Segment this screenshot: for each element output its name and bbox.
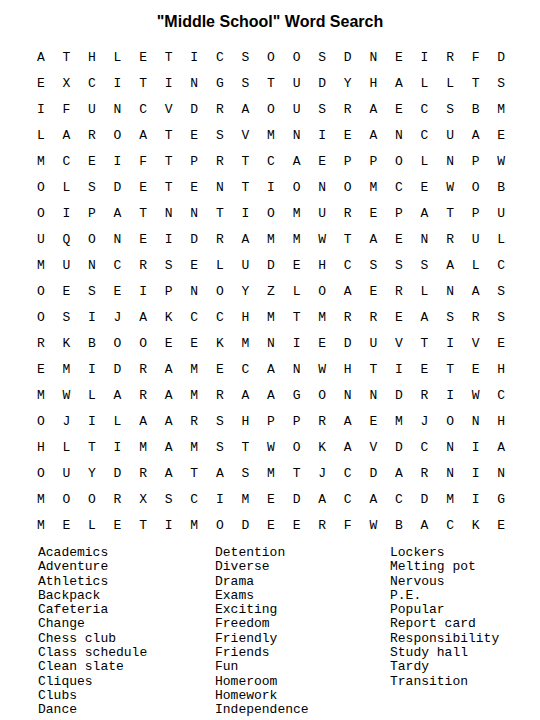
grid-cell: I — [437, 330, 463, 356]
grid-cell: S — [79, 278, 105, 304]
grid-cell: A — [130, 304, 156, 330]
grid-cell: M — [284, 200, 310, 226]
grid-cell: O — [79, 226, 105, 252]
grid-cell: C — [335, 252, 361, 278]
word-list-item: Drama — [215, 575, 390, 589]
grid-cell: B — [488, 174, 514, 200]
grid-cell: E — [361, 408, 387, 434]
grid-cell: W — [488, 148, 514, 174]
grid-cell: O — [284, 174, 310, 200]
grid-cell: S — [488, 70, 514, 96]
grid-cell: A — [233, 382, 259, 408]
grid-cell: R — [207, 148, 233, 174]
grid-cell: V — [361, 434, 387, 460]
grid-cell: A — [156, 460, 182, 486]
grid-cell: E — [54, 512, 80, 538]
grid-cell: L — [284, 278, 310, 304]
grid-cell: A — [412, 304, 438, 330]
grid-cell: O — [105, 330, 131, 356]
grid-cell: E — [54, 278, 80, 304]
grid-cell: R — [386, 278, 412, 304]
grid-cell: C — [207, 44, 233, 70]
grid-cell: G — [284, 382, 310, 408]
grid-cell: A — [130, 122, 156, 148]
grid-cell: O — [28, 408, 54, 434]
grid-cell: E — [28, 356, 54, 382]
grid-cell: N — [105, 96, 131, 122]
grid-cell: E — [309, 330, 335, 356]
grid-cell: J — [309, 460, 335, 486]
grid-cell: S — [361, 252, 387, 278]
grid-cell: O — [28, 200, 54, 226]
grid-cell: I — [156, 512, 182, 538]
grid-cell: M — [258, 226, 284, 252]
word-list-item: Chess club — [38, 632, 215, 646]
grid-cell: D — [284, 486, 310, 512]
grid-cell: A — [233, 96, 259, 122]
grid-cell: N — [386, 122, 412, 148]
grid-cell: S — [488, 278, 514, 304]
grid-cell: I — [284, 330, 310, 356]
grid-cell: S — [309, 44, 335, 70]
grid-cell: S — [309, 96, 335, 122]
grid-cell: U — [54, 460, 80, 486]
grid-cell: A — [156, 434, 182, 460]
grid-cell: M — [437, 486, 463, 512]
grid-cell: I — [233, 200, 259, 226]
grid-cell: I — [105, 148, 131, 174]
grid-cell: P — [335, 148, 361, 174]
grid-cell: R — [335, 96, 361, 122]
grid-cell: I — [28, 96, 54, 122]
grid-cell: O — [28, 460, 54, 486]
grid-cell: D — [335, 44, 361, 70]
grid-cell: L — [105, 408, 131, 434]
grid-cell: I — [79, 304, 105, 330]
grid-cell: R — [130, 460, 156, 486]
grid-cell: K — [207, 330, 233, 356]
grid-cell: U — [54, 252, 80, 278]
grid-cell: R — [437, 44, 463, 70]
grid-cell: E — [361, 278, 387, 304]
grid-cell: E — [412, 356, 438, 382]
grid-cell: E — [156, 330, 182, 356]
page-title: "Middle School" Word Search — [0, 13, 540, 31]
grid-cell: C — [437, 512, 463, 538]
word-list-item: P.E. — [390, 589, 530, 603]
grid-cell: E — [335, 122, 361, 148]
grid-cell: E — [258, 486, 284, 512]
grid-cell: P — [463, 148, 489, 174]
grid-cell: T — [361, 356, 387, 382]
grid-cell: B — [79, 330, 105, 356]
grid-cell: D — [258, 252, 284, 278]
grid-cell: T — [130, 200, 156, 226]
word-list-item: Friends — [215, 646, 390, 660]
grid-cell: O — [54, 486, 80, 512]
grid-cell: R — [28, 330, 54, 356]
grid-cell: A — [386, 70, 412, 96]
grid-cell: E — [130, 226, 156, 252]
grid-cell: N — [156, 200, 182, 226]
grid-cell: A — [386, 460, 412, 486]
grid-cell: O — [207, 512, 233, 538]
grid-cell: M — [284, 226, 310, 252]
word-list-item: Dance — [38, 703, 215, 717]
grid-cell: S — [386, 252, 412, 278]
grid-cell: N — [488, 460, 514, 486]
grid-cell: N — [437, 278, 463, 304]
grid-cell: V — [463, 330, 489, 356]
grid-cell: P — [258, 408, 284, 434]
grid-cell: N — [335, 382, 361, 408]
grid-cell: N — [105, 226, 131, 252]
grid-cell: T — [130, 512, 156, 538]
grid-cell: I — [181, 44, 207, 70]
word-list-item: Nervous — [390, 575, 530, 589]
grid-cell: D — [105, 174, 131, 200]
word-list-item: Detention — [215, 546, 390, 560]
grid-cell: C — [335, 460, 361, 486]
grid-cell: R — [412, 460, 438, 486]
grid-cell: M — [181, 356, 207, 382]
word-list-item: Cliques — [38, 675, 215, 689]
grid-cell: R — [463, 304, 489, 330]
grid-cell: S — [156, 486, 182, 512]
grid-cell: W — [463, 382, 489, 408]
word-list-item: Popular — [390, 603, 530, 617]
grid-cell: A — [412, 512, 438, 538]
grid-cell: H — [79, 44, 105, 70]
grid-cell: U — [463, 226, 489, 252]
grid-cell: T — [437, 200, 463, 226]
word-list-item: Independence — [215, 703, 390, 717]
grid-cell: C — [386, 174, 412, 200]
word-list-item: Academics — [38, 546, 215, 560]
grid-cell: Z — [258, 278, 284, 304]
grid-cell: N — [361, 44, 387, 70]
grid-cell: I — [156, 226, 182, 252]
word-list-item: Tardy — [390, 660, 530, 674]
word-list: AcademicsAdventureAthleticsBackpackCafet… — [38, 546, 530, 718]
grid-cell: E — [105, 278, 131, 304]
grid-cell: S — [79, 174, 105, 200]
grid-cell: R — [335, 304, 361, 330]
grid-cell: W — [361, 512, 387, 538]
grid-cell: R — [361, 304, 387, 330]
grid-cell: E — [488, 512, 514, 538]
grid-cell: U — [361, 330, 387, 356]
grid-cell: R — [181, 408, 207, 434]
word-search-worksheet: "Middle School" Word Search ATHLETICSOOS… — [0, 0, 540, 720]
grid-cell: N — [284, 356, 310, 382]
grid-cell: M — [258, 304, 284, 330]
grid-cell: D — [181, 96, 207, 122]
grid-cell: H — [361, 70, 387, 96]
grid-cell: A — [335, 408, 361, 434]
grid-cell: S — [233, 460, 259, 486]
grid-cell: O — [309, 278, 335, 304]
grid-cell: P — [284, 408, 310, 434]
grid-cell: P — [463, 200, 489, 226]
grid-cell: N — [361, 382, 387, 408]
word-list-item: Athletics — [38, 575, 215, 589]
grid-cell: C — [488, 382, 514, 408]
grid-cell: T — [233, 434, 259, 460]
grid-cell: N — [309, 174, 335, 200]
word-list-item: Melting pot — [390, 560, 530, 574]
grid-cell: L — [412, 148, 438, 174]
grid-cell: M — [386, 408, 412, 434]
grid-cell: P — [156, 278, 182, 304]
grid-cell: E — [79, 148, 105, 174]
grid-cell: C — [130, 96, 156, 122]
grid-cell: M — [233, 330, 259, 356]
word-list-item: Change — [38, 617, 215, 631]
grid-cell: P — [79, 200, 105, 226]
grid-cell: E — [284, 252, 310, 278]
grid-cell: A — [361, 122, 387, 148]
grid-cell: O — [28, 174, 54, 200]
grid-cell: E — [361, 200, 387, 226]
grid-cell: D — [412, 486, 438, 512]
grid-cell: T — [233, 148, 259, 174]
grid-cell: R — [79, 122, 105, 148]
grid-cell: N — [181, 200, 207, 226]
grid-cell: B — [386, 512, 412, 538]
grid-cell: D — [233, 512, 259, 538]
grid-cell: R — [207, 226, 233, 252]
grid-cell: O — [463, 174, 489, 200]
grid-cell: M — [181, 512, 207, 538]
grid-cell: A — [412, 200, 438, 226]
grid-cell: G — [207, 70, 233, 96]
grid-cell: R — [105, 486, 131, 512]
grid-cell: F — [54, 96, 80, 122]
grid-cell: D — [361, 460, 387, 486]
grid-cell: S — [437, 304, 463, 330]
grid-cell: S — [233, 70, 259, 96]
grid-cell: I — [54, 200, 80, 226]
grid-cell: E — [463, 356, 489, 382]
grid-cell: H — [309, 252, 335, 278]
grid-cell: O — [258, 44, 284, 70]
grid-cell: L — [207, 252, 233, 278]
grid-cell: I — [412, 44, 438, 70]
grid-cell: M — [258, 460, 284, 486]
grid-cell: E — [488, 122, 514, 148]
grid-cell: L — [488, 226, 514, 252]
word-list-item: Adventure — [38, 560, 215, 574]
grid-cell: A — [361, 226, 387, 252]
grid-cell: A — [335, 278, 361, 304]
word-list-column-3: LockersMelting potNervousP.E.PopularRepo… — [390, 546, 530, 689]
grid-cell: R — [309, 408, 335, 434]
grid-cell: M — [130, 434, 156, 460]
grid-cell: E — [105, 512, 131, 538]
word-list-item: Cafeteria — [38, 603, 215, 617]
grid-cell: S — [233, 44, 259, 70]
grid-cell: M — [181, 382, 207, 408]
grid-cell: M — [28, 512, 54, 538]
grid-cell: R — [130, 356, 156, 382]
grid-cell: A — [28, 44, 54, 70]
grid-cell: I — [463, 460, 489, 486]
grid-cell: F — [335, 512, 361, 538]
grid-cell: C — [335, 486, 361, 512]
grid-cell: E — [130, 44, 156, 70]
grid-cell: C — [181, 486, 207, 512]
grid-cell: M — [488, 96, 514, 122]
grid-cell: E — [181, 122, 207, 148]
word-list-item: Exciting — [215, 603, 390, 617]
grid-cell: D — [181, 226, 207, 252]
word-list-item: Homeroom — [215, 675, 390, 689]
grid-cell: M — [28, 486, 54, 512]
grid-cell: S — [156, 252, 182, 278]
grid-cell: A — [130, 408, 156, 434]
grid-cell: U — [28, 226, 54, 252]
grid-cell: P — [361, 148, 387, 174]
grid-cell: T — [181, 460, 207, 486]
grid-cell: C — [54, 148, 80, 174]
word-list-item: Clubs — [38, 689, 215, 703]
grid-cell: C — [207, 304, 233, 330]
grid-cell: E — [488, 330, 514, 356]
grid-cell: U — [284, 70, 310, 96]
grid-cell: R — [437, 226, 463, 252]
grid-cell: A — [309, 486, 335, 512]
grid-cell: E — [181, 174, 207, 200]
grid-cell: D — [488, 44, 514, 70]
grid-cell: S — [412, 252, 438, 278]
word-list-item: Report card — [390, 617, 530, 631]
grid-cell: V — [156, 96, 182, 122]
grid-cell: O — [130, 330, 156, 356]
grid-cell: M — [361, 174, 387, 200]
grid-cell: O — [258, 200, 284, 226]
grid-cell: O — [258, 96, 284, 122]
grid-cell: H — [233, 408, 259, 434]
grid-cell: M — [233, 486, 259, 512]
grid-cell: T — [156, 44, 182, 70]
grid-cell: O — [28, 304, 54, 330]
grid-cell: D — [309, 70, 335, 96]
grid-cell: H — [233, 304, 259, 330]
grid-cell: M — [181, 434, 207, 460]
grid-cell: N — [181, 278, 207, 304]
grid-cell: V — [386, 330, 412, 356]
grid-cell: O — [284, 434, 310, 460]
grid-cell: I — [79, 408, 105, 434]
grid-cell: A — [105, 382, 131, 408]
grid-cell: A — [156, 382, 182, 408]
grid-cell: E — [386, 304, 412, 330]
grid-cell: O — [207, 278, 233, 304]
grid-cell: I — [463, 486, 489, 512]
grid-cell: T — [335, 226, 361, 252]
grid-cell: E — [386, 226, 412, 252]
grid-cell: L — [105, 44, 131, 70]
grid-cell: N — [284, 122, 310, 148]
word-list-item: Diverse — [215, 560, 390, 574]
grid-cell: W — [309, 356, 335, 382]
grid-cell: U — [233, 252, 259, 278]
grid-cell: C — [258, 148, 284, 174]
grid-cell: R — [207, 96, 233, 122]
grid-cell: D — [386, 382, 412, 408]
word-list-item: Transition — [390, 675, 530, 689]
word-list-column-2: DetentionDiverseDramaExamsExcitingFreedo… — [215, 546, 390, 718]
grid-cell: O — [386, 148, 412, 174]
grid-cell: N — [412, 226, 438, 252]
grid-cell: Q — [54, 226, 80, 252]
grid-cell: N — [181, 70, 207, 96]
grid-cell: T — [437, 356, 463, 382]
grid-cell: A — [207, 460, 233, 486]
grid-cell: A — [258, 382, 284, 408]
grid-cell: C — [79, 70, 105, 96]
word-list-item: Friendly — [215, 632, 390, 646]
grid-cell: S — [207, 434, 233, 460]
grid-cell: N — [463, 408, 489, 434]
grid-cell: U — [437, 122, 463, 148]
grid-cell: T — [156, 122, 182, 148]
word-search-grid: ATHLETICSOOSDNEIRFDEXCITINGSTUDYHALLTSIF… — [28, 44, 514, 538]
grid-cell: N — [79, 252, 105, 278]
grid-cell: M — [258, 122, 284, 148]
word-list-item: Exams — [215, 589, 390, 603]
grid-cell: T — [207, 200, 233, 226]
grid-cell: F — [463, 44, 489, 70]
word-list-item: Freedom — [215, 617, 390, 631]
grid-cell: E — [181, 330, 207, 356]
grid-cell: P — [181, 148, 207, 174]
grid-cell: E — [386, 96, 412, 122]
grid-cell: Y — [233, 278, 259, 304]
grid-cell: W — [54, 382, 80, 408]
grid-cell: I — [437, 382, 463, 408]
word-list-item: Study hall — [390, 646, 530, 660]
word-list-item: Lockers — [390, 546, 530, 560]
grid-cell: I — [79, 356, 105, 382]
word-list-item: Class schedule — [38, 646, 215, 660]
grid-cell: A — [156, 356, 182, 382]
grid-cell: K — [156, 304, 182, 330]
grid-cell: N — [437, 148, 463, 174]
grid-cell: M — [54, 356, 80, 382]
grid-cell: T — [156, 148, 182, 174]
grid-cell: C — [181, 304, 207, 330]
grid-cell: E — [181, 252, 207, 278]
grid-cell: A — [54, 122, 80, 148]
grid-cell: E — [284, 512, 310, 538]
grid-cell: W — [258, 434, 284, 460]
grid-cell: W — [437, 174, 463, 200]
grid-cell: A — [335, 434, 361, 460]
grid-cell: S — [207, 122, 233, 148]
grid-cell: E — [258, 512, 284, 538]
grid-cell: D — [386, 434, 412, 460]
grid-cell: B — [463, 96, 489, 122]
grid-cell: D — [335, 330, 361, 356]
grid-cell: R — [412, 382, 438, 408]
grid-cell: T — [54, 44, 80, 70]
grid-cell: C — [105, 252, 131, 278]
grid-cell: O — [309, 382, 335, 408]
grid-cell: T — [284, 304, 310, 330]
grid-cell: R — [335, 200, 361, 226]
